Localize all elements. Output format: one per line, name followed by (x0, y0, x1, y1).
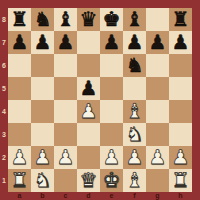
square-b3[interactable] (31, 123, 54, 146)
file-label-e: e (100, 192, 123, 200)
square-f7[interactable]: ♟ (123, 31, 146, 54)
piece-white-bishop-f1[interactable]: ♝ (126, 169, 144, 192)
square-h6[interactable] (169, 54, 192, 77)
rank-label-4: 4 (0, 100, 8, 123)
square-e4[interactable] (100, 100, 123, 123)
file-label-f: f (123, 192, 146, 200)
square-c6[interactable] (54, 54, 77, 77)
square-a8[interactable]: ♜ (8, 8, 31, 31)
piece-white-pawn-b2[interactable]: ♟ (34, 146, 52, 169)
square-h5[interactable] (169, 77, 192, 100)
piece-black-king-e8[interactable]: ♚ (103, 8, 121, 31)
piece-white-bishop-f4[interactable]: ♝ (126, 100, 144, 123)
piece-black-knight-f6[interactable]: ♞ (126, 54, 144, 77)
file-label-h: h (169, 192, 192, 200)
piece-black-pawn-c7[interactable]: ♟ (57, 31, 75, 54)
piece-white-rook-h1[interactable]: ♜ (172, 169, 190, 192)
square-b4[interactable] (31, 100, 54, 123)
file-label-d: d (77, 192, 100, 200)
piece-black-pawn-d5[interactable]: ♟ (80, 77, 98, 100)
square-c4[interactable] (54, 100, 77, 123)
square-d6[interactable] (77, 54, 100, 77)
square-g8[interactable] (146, 8, 169, 31)
square-c7[interactable]: ♟ (54, 31, 77, 54)
piece-black-bishop-c8[interactable]: ♝ (57, 8, 75, 31)
square-b5[interactable] (31, 77, 54, 100)
piece-black-pawn-h7[interactable]: ♟ (172, 31, 190, 54)
piece-white-pawn-d4[interactable]: ♟ (80, 100, 98, 123)
rank-label-2: 2 (0, 146, 8, 169)
file-label-a: a (8, 192, 31, 200)
square-e6[interactable] (100, 54, 123, 77)
rank-label-5: 5 (0, 77, 8, 100)
piece-white-pawn-c2[interactable]: ♟ (57, 146, 75, 169)
square-d4[interactable]: ♟ (77, 100, 100, 123)
rank-label-6: 6 (0, 54, 8, 77)
piece-white-pawn-e2[interactable]: ♟ (103, 146, 121, 169)
piece-white-pawn-a2[interactable]: ♟ (11, 146, 29, 169)
square-d1[interactable]: ♛ (77, 169, 100, 192)
piece-black-queen-d8[interactable]: ♛ (80, 8, 98, 31)
square-h8[interactable]: ♜ (169, 8, 192, 31)
square-g3[interactable] (146, 123, 169, 146)
piece-white-queen-d1[interactable]: ♛ (80, 169, 98, 192)
square-a4[interactable] (8, 100, 31, 123)
square-a3[interactable] (8, 123, 31, 146)
square-e7[interactable]: ♟ (100, 31, 123, 54)
file-label-c: c (54, 192, 77, 200)
piece-black-rook-a8[interactable]: ♜ (11, 8, 29, 31)
piece-white-pawn-f2[interactable]: ♟ (126, 146, 144, 169)
piece-white-pawn-h2[interactable]: ♟ (172, 146, 190, 169)
square-f8[interactable]: ♝ (123, 8, 146, 31)
piece-black-bishop-f8[interactable]: ♝ (126, 8, 144, 31)
square-c1[interactable] (54, 169, 77, 192)
square-a7[interactable]: ♟ (8, 31, 31, 54)
square-e8[interactable]: ♚ (100, 8, 123, 31)
square-a2[interactable]: ♟ (8, 146, 31, 169)
square-b8[interactable]: ♞ (31, 8, 54, 31)
file-label-b: b (31, 192, 54, 200)
piece-black-rook-h8[interactable]: ♜ (172, 8, 190, 31)
square-g5[interactable] (146, 77, 169, 100)
square-d3[interactable] (77, 123, 100, 146)
piece-black-pawn-f7[interactable]: ♟ (126, 31, 144, 54)
piece-white-knight-f3[interactable]: ♞ (126, 123, 144, 146)
square-c3[interactable] (54, 123, 77, 146)
piece-black-pawn-a7[interactable]: ♟ (11, 31, 29, 54)
square-f6[interactable]: ♞ (123, 54, 146, 77)
square-a5[interactable] (8, 77, 31, 100)
piece-white-knight-b1[interactable]: ♞ (34, 169, 52, 192)
board-grid: ♜♞♝♛♚♝♜♟♟♟♟♟♟♟♞♟♟♝♞♟♟♟♟♟♟♟♜♞♛♚♝♜ (8, 8, 192, 192)
square-b7[interactable]: ♟ (31, 31, 54, 54)
file-label-g: g (146, 192, 169, 200)
square-a6[interactable] (8, 54, 31, 77)
rank-label-1: 1 (0, 169, 8, 192)
square-f5[interactable] (123, 77, 146, 100)
square-e2[interactable]: ♟ (100, 146, 123, 169)
square-d2[interactable] (77, 146, 100, 169)
square-f3[interactable]: ♞ (123, 123, 146, 146)
square-h2[interactable]: ♟ (169, 146, 192, 169)
piece-black-knight-b8[interactable]: ♞ (34, 8, 52, 31)
rank-label-7: 7 (0, 31, 8, 54)
square-d5[interactable]: ♟ (77, 77, 100, 100)
square-f1[interactable]: ♝ (123, 169, 146, 192)
square-h3[interactable] (169, 123, 192, 146)
square-d7[interactable] (77, 31, 100, 54)
square-g6[interactable] (146, 54, 169, 77)
square-h1[interactable]: ♜ (169, 169, 192, 192)
rank-label-3: 3 (0, 123, 8, 146)
square-c2[interactable]: ♟ (54, 146, 77, 169)
piece-white-pawn-g2[interactable]: ♟ (149, 146, 167, 169)
square-c8[interactable]: ♝ (54, 8, 77, 31)
square-f4[interactable]: ♝ (123, 100, 146, 123)
square-a1[interactable]: ♜ (8, 169, 31, 192)
piece-black-pawn-e7[interactable]: ♟ (103, 31, 121, 54)
square-c5[interactable] (54, 77, 77, 100)
piece-white-rook-a1[interactable]: ♜ (11, 169, 29, 192)
square-b1[interactable]: ♞ (31, 169, 54, 192)
square-h4[interactable] (169, 100, 192, 123)
square-b6[interactable] (31, 54, 54, 77)
rank-label-8: 8 (0, 8, 8, 31)
square-g1[interactable] (146, 169, 169, 192)
square-d8[interactable]: ♛ (77, 8, 100, 31)
square-e3[interactable] (100, 123, 123, 146)
square-e1[interactable]: ♚ (100, 169, 123, 192)
piece-black-pawn-g7[interactable]: ♟ (149, 31, 167, 54)
square-f2[interactable]: ♟ (123, 146, 146, 169)
square-g7[interactable]: ♟ (146, 31, 169, 54)
square-b2[interactable]: ♟ (31, 146, 54, 169)
chess-board: ♜♞♝♛♚♝♜♟♟♟♟♟♟♟♞♟♟♝♞♟♟♟♟♟♟♟♜♞♛♚♝♜ 8765432… (0, 0, 200, 200)
square-h7[interactable]: ♟ (169, 31, 192, 54)
square-e5[interactable] (100, 77, 123, 100)
piece-white-king-e1[interactable]: ♚ (103, 169, 121, 192)
piece-black-pawn-b7[interactable]: ♟ (34, 31, 52, 54)
square-g4[interactable] (146, 100, 169, 123)
square-g2[interactable]: ♟ (146, 146, 169, 169)
